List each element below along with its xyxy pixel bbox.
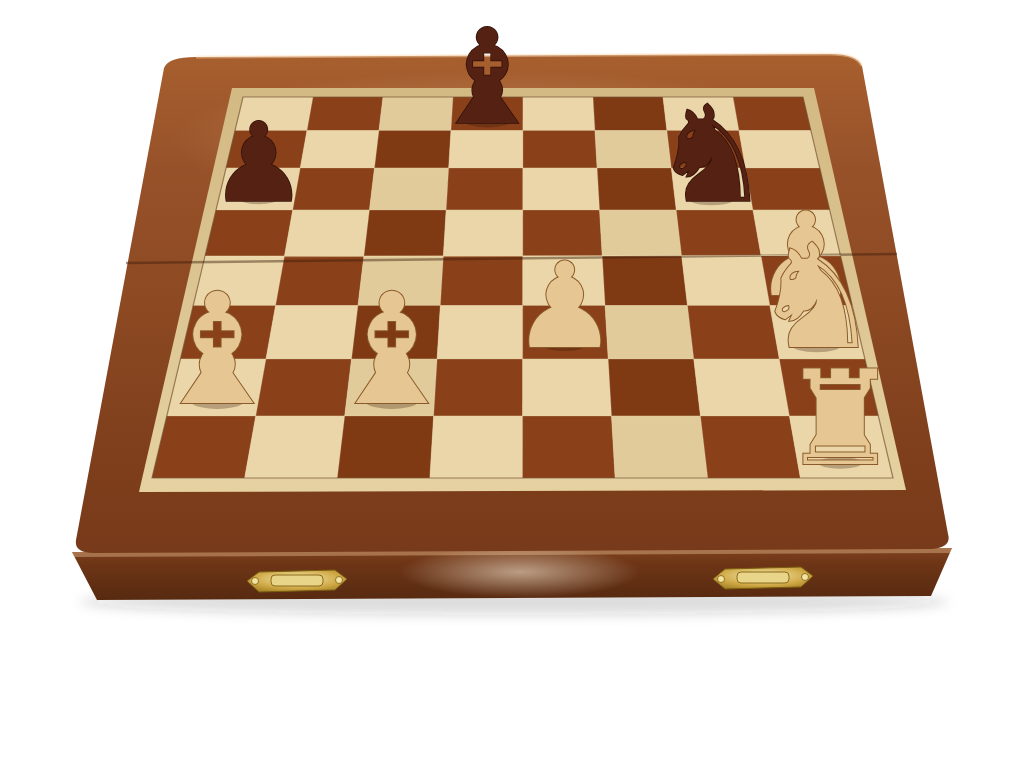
square-c5 (364, 210, 446, 256)
chessboard-photo: ♝♟♞♟♟♞♝♝♜ (0, 0, 1024, 762)
square-e1 (523, 416, 616, 478)
square-b7 (300, 131, 379, 169)
piece-black-pawn-a6: ♟ (209, 99, 308, 227)
piece-white-bishop-a2: ♝ (148, 260, 286, 439)
front-face-glare (400, 546, 640, 598)
left-clasp-icon (247, 570, 347, 592)
right-clasp-icon (713, 567, 813, 589)
piece-white-pawn-e3: ♟ (512, 237, 618, 375)
square-b8 (307, 97, 383, 131)
piece-black-bishop-d8: ♝ (428, 0, 546, 154)
square-f1 (612, 416, 708, 478)
square-c6 (369, 168, 448, 210)
square-f3 (605, 306, 694, 360)
piece-white-rook-h1: ♜ (782, 342, 899, 495)
square-f2 (608, 359, 700, 416)
photo-stage: ♝♟♞♟♟♞♝♝♜ (0, 0, 1024, 762)
square-e6 (523, 168, 600, 210)
piece-white-bishop-c2: ♝ (323, 260, 461, 439)
square-d6 (446, 168, 523, 210)
